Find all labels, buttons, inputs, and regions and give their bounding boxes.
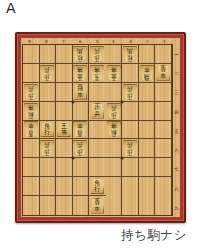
square-8-2: 歩兵 — [40, 64, 57, 83]
square-2-7 — [139, 158, 156, 177]
piece-kanji: 歩 — [44, 73, 50, 79]
piece-pawn-gote[interactable]: 歩兵 — [123, 140, 137, 156]
square-7-9 — [56, 196, 73, 215]
square-7-5: 王将 — [56, 121, 73, 140]
piece-kanji: 車 — [28, 123, 34, 129]
piece-kanji: 将 — [94, 66, 100, 72]
piece-pawn-gote[interactable]: 歩兵 — [107, 103, 121, 119]
piece-kanji: 歩 — [77, 149, 83, 155]
square-4-9 — [106, 196, 123, 215]
square-6-1: 桂馬 — [73, 45, 90, 64]
square-2-5 — [139, 121, 156, 140]
piece-kanji: 兵 — [77, 142, 83, 148]
piece-kanji: 行 — [44, 130, 50, 136]
square-6-9 — [73, 196, 90, 215]
piece-kanji: 将 — [28, 104, 34, 110]
piece-kanji: 将 — [61, 130, 67, 136]
square-9-4: 銀将 — [23, 102, 40, 121]
piece-gold-gote[interactable]: 金将 — [73, 65, 87, 81]
board-grid: 桂馬歩兵桂馬歩兵金将玉将金将飛車香車歩兵飛車歩兵銀将歩兵歩兵香車角行王将香車銀将… — [22, 44, 173, 216]
square-8-5: 角行 — [40, 121, 57, 140]
piece-kanji: 車 — [77, 92, 83, 98]
piece-kanji: 将 — [77, 66, 83, 72]
hoshi-dot — [121, 157, 124, 160]
piece-lance-gote[interactable]: 香車 — [73, 121, 87, 137]
rank-label-5: 五 — [173, 122, 179, 139]
square-3-5 — [122, 121, 139, 140]
square-6-3: 飛車 — [73, 83, 90, 102]
file-label-6: 6 — [73, 38, 87, 43]
piece-rook-gote[interactable]: 飛車 — [140, 65, 154, 81]
square-8-8 — [40, 177, 57, 196]
piece-kanji: 兵 — [94, 111, 100, 117]
square-7-8 — [56, 177, 73, 196]
square-1-7 — [155, 158, 172, 177]
square-4-6 — [106, 139, 123, 158]
square-4-7 — [106, 158, 123, 177]
square-8-4 — [40, 102, 57, 121]
piece-kanji: 兵 — [44, 66, 50, 72]
piece-knight-gote[interactable]: 桂馬 — [73, 46, 87, 62]
file-label-5: 5 — [90, 38, 104, 43]
piece-pawn-gote[interactable]: 歩兵 — [24, 84, 38, 100]
square-8-9 — [40, 196, 57, 215]
square-3-8 — [122, 177, 139, 196]
piece-kanji: 歩 — [111, 111, 117, 117]
piece-kanji: 歩 — [127, 92, 133, 98]
piece-kanji: 将 — [111, 123, 117, 129]
piece-kanji: 香 — [77, 130, 83, 136]
piece-kanji: 兵 — [127, 85, 133, 91]
piece-kanji: 兵 — [44, 142, 50, 148]
square-9-9 — [23, 196, 40, 215]
square-5-3 — [89, 83, 106, 102]
square-6-7 — [73, 158, 90, 177]
piece-pawn-gote[interactable]: 歩兵 — [90, 46, 104, 62]
piece-kanji: 金 — [111, 73, 117, 79]
piece-pawn-gote[interactable]: 歩兵 — [40, 65, 54, 81]
shogi-board: 987654321 一二三四五六七八九 桂馬歩兵桂馬歩兵金将玉将金将飛車香車歩兵… — [21, 38, 180, 217]
piece-kanji: 車 — [160, 73, 166, 79]
piece-kanji: 香 — [28, 130, 34, 136]
piece-kanji: 行 — [94, 186, 100, 192]
piece-kanji: 歩 — [127, 149, 133, 155]
square-2-1 — [139, 45, 156, 64]
square-4-4: 歩兵 — [106, 102, 123, 121]
piece-rook-sente[interactable]: 飛車 — [73, 84, 87, 100]
piece-gold-gote[interactable]: 金将 — [107, 65, 121, 81]
square-4-1 — [106, 45, 123, 64]
piece-kanji: 歩 — [28, 92, 34, 98]
piece-kanji: 歩 — [44, 149, 50, 155]
piece-knight-gote[interactable]: 桂馬 — [123, 46, 137, 62]
pieces-in-hand-caption: 持ち駒ナシ — [121, 227, 187, 244]
rank-label-1: 一 — [173, 45, 179, 62]
square-5-1: 歩兵 — [89, 45, 106, 64]
square-1-9 — [155, 196, 172, 215]
piece-kanji: 桂 — [77, 54, 83, 60]
file-label-3: 3 — [124, 38, 138, 43]
square-1-2: 香車 — [155, 64, 172, 83]
piece-kanji: 玉 — [94, 73, 100, 79]
square-6-4 — [73, 102, 90, 121]
piece-kanji: 兵 — [94, 48, 100, 54]
square-2-6 — [139, 139, 156, 158]
piece-kanji: 兵 — [111, 104, 117, 110]
square-2-3 — [139, 83, 156, 102]
square-7-1 — [56, 45, 73, 64]
piece-silver-gote[interactable]: 銀将 — [24, 103, 38, 119]
file-label-4: 4 — [107, 38, 121, 43]
square-9-2 — [23, 64, 40, 83]
rank-label-3: 三 — [173, 83, 179, 100]
piece-kanji: 桂 — [127, 54, 133, 60]
square-2-8 — [139, 177, 156, 196]
piece-pawn-gote[interactable]: 歩兵 — [123, 84, 137, 100]
piece-kanji: 飛 — [144, 73, 150, 79]
square-5-5 — [89, 121, 106, 140]
piece-kanji: 兵 — [28, 85, 34, 91]
square-1-3 — [155, 83, 172, 102]
square-6-5: 香車 — [73, 121, 90, 140]
square-7-6 — [56, 139, 73, 158]
piece-kanji: 兵 — [127, 142, 133, 148]
rank-label-6: 六 — [173, 141, 179, 158]
piece-kanji: 車 — [94, 206, 100, 212]
rank-label-2: 二 — [173, 64, 179, 81]
piece-king-sente[interactable]: 王将 — [57, 121, 71, 137]
piece-kanji: 馬 — [127, 48, 133, 54]
square-2-9 — [139, 196, 156, 215]
piece-kanji: 銀 — [111, 130, 117, 136]
piece-bishop-sente[interactable]: 角行 — [90, 178, 104, 194]
square-4-8 — [106, 177, 123, 196]
square-5-8: 角行 — [89, 177, 106, 196]
square-4-2: 金将 — [106, 64, 123, 83]
square-2-2: 飛車 — [139, 64, 156, 83]
square-7-4 — [56, 102, 73, 121]
square-6-6: 歩兵 — [73, 139, 90, 158]
piece-kanji: 馬 — [77, 48, 83, 54]
piece-kanji: 車 — [144, 66, 150, 72]
rank-label-9: 九 — [173, 199, 179, 216]
square-9-6 — [23, 139, 40, 158]
square-9-5: 香車 — [23, 121, 40, 140]
piece-kanji: 銀 — [28, 111, 34, 117]
square-1-1 — [155, 45, 172, 64]
piece-lance-gote[interactable]: 香車 — [24, 121, 38, 137]
square-7-3 — [56, 83, 73, 102]
hoshi-dot — [71, 100, 74, 103]
square-5-9: 香車 — [89, 196, 106, 215]
hoshi-dot — [121, 100, 124, 103]
square-6-8 — [73, 177, 90, 196]
diagram-label: A — [6, 0, 16, 16]
square-8-3 — [40, 83, 57, 102]
square-1-5 — [155, 121, 172, 140]
square-3-2 — [122, 64, 139, 83]
piece-pawn-sente[interactable]: 歩兵 — [90, 103, 104, 119]
square-2-4 — [139, 102, 156, 121]
rank-coordinate-labels: 一二三四五六七八九 — [173, 44, 180, 217]
rank-label-7: 七 — [173, 160, 179, 177]
piece-kanji: 歩 — [94, 54, 100, 60]
square-7-2 — [56, 64, 73, 83]
square-9-3: 歩兵 — [23, 83, 40, 102]
square-5-4: 歩兵 — [89, 102, 106, 121]
square-3-1: 桂馬 — [122, 45, 139, 64]
file-label-8: 8 — [39, 38, 53, 43]
piece-pawn-gote[interactable]: 歩兵 — [40, 140, 54, 156]
square-6-2: 金将 — [73, 64, 90, 83]
file-label-7: 7 — [56, 38, 70, 43]
square-1-4 — [155, 102, 172, 121]
shogi-board-frame: 987654321 一二三四五六七八九 桂馬歩兵桂馬歩兵金将玉将金将飛車香車歩兵… — [15, 32, 186, 223]
file-label-2: 2 — [140, 38, 154, 43]
square-5-2: 玉将 — [89, 64, 106, 83]
square-3-6: 歩兵 — [122, 139, 139, 158]
hoshi-dot — [71, 157, 74, 160]
square-3-9 — [122, 196, 139, 215]
rank-label-4: 四 — [173, 103, 179, 120]
piece-king-gote[interactable]: 玉将 — [90, 65, 104, 81]
square-1-8 — [155, 177, 172, 196]
piece-lance-sente[interactable]: 香車 — [90, 198, 104, 214]
square-8-1 — [40, 45, 57, 64]
square-3-4 — [122, 102, 139, 121]
piece-lance-sente[interactable]: 香車 — [156, 65, 170, 81]
square-5-7 — [89, 158, 106, 177]
square-3-3: 歩兵 — [122, 83, 139, 102]
file-label-9: 9 — [22, 38, 36, 43]
square-9-7 — [23, 158, 40, 177]
file-label-1: 1 — [157, 38, 171, 43]
square-5-6 — [89, 139, 106, 158]
piece-kanji: 将 — [111, 66, 117, 72]
piece-kanji: 金 — [77, 73, 83, 79]
rank-label-8: 八 — [173, 180, 179, 197]
piece-silver-gote[interactable]: 銀将 — [107, 121, 121, 137]
square-4-5: 銀将 — [106, 121, 123, 140]
square-7-7 — [56, 158, 73, 177]
square-1-6 — [155, 139, 172, 158]
piece-bishop-sente[interactable]: 角行 — [40, 121, 54, 137]
square-4-3 — [106, 83, 123, 102]
square-8-6: 歩兵 — [40, 139, 57, 158]
square-3-7 — [122, 158, 139, 177]
square-9-8 — [23, 177, 40, 196]
piece-pawn-gote[interactable]: 歩兵 — [73, 140, 87, 156]
square-9-1 — [23, 45, 40, 64]
square-8-7 — [40, 158, 57, 177]
piece-kanji: 車 — [77, 123, 83, 129]
